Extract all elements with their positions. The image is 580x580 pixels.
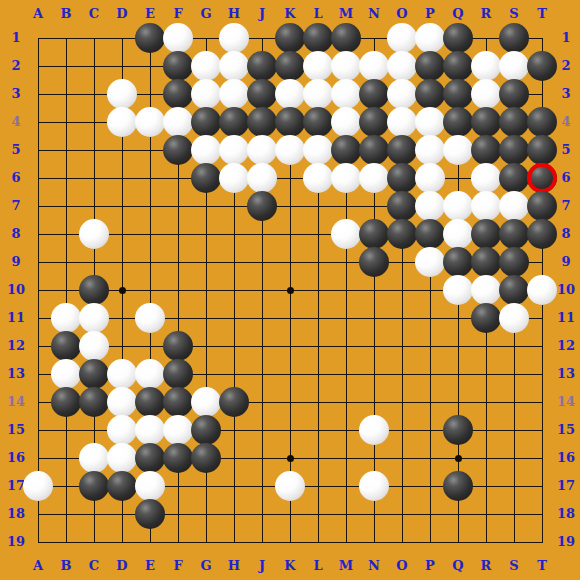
black-stone-E16 xyxy=(135,443,165,473)
white-stone-F15 xyxy=(163,415,193,445)
white-stone-Q5 xyxy=(443,135,473,165)
column-label-top-S: S xyxy=(500,6,528,22)
black-stone-C10 xyxy=(79,275,109,305)
row-label-right-11: 11 xyxy=(552,310,580,326)
column-label-bottom-E: E xyxy=(136,558,164,574)
white-stone-C16 xyxy=(79,443,109,473)
black-stone-S8 xyxy=(499,219,529,249)
row-label-left-1: 1 xyxy=(2,30,30,46)
column-label-bottom-O: O xyxy=(388,558,416,574)
white-stone-D14 xyxy=(107,387,137,417)
row-label-left-10: 10 xyxy=(2,282,30,298)
black-stone-K4 xyxy=(275,107,305,137)
row-label-left-3: 3 xyxy=(2,86,30,102)
white-stone-D13 xyxy=(107,359,137,389)
black-stone-E1 xyxy=(135,23,165,53)
white-stone-B11 xyxy=(51,303,81,333)
white-stone-H3 xyxy=(219,79,249,109)
black-stone-G16 xyxy=(191,443,221,473)
black-stone-O5 xyxy=(387,135,417,165)
white-stone-R6 xyxy=(471,163,501,193)
column-label-bottom-S: S xyxy=(500,558,528,574)
white-stone-J6 xyxy=(247,163,277,193)
white-stone-O1 xyxy=(387,23,417,53)
column-label-bottom-Q: Q xyxy=(444,558,472,574)
black-stone-F13 xyxy=(163,359,193,389)
row-label-left-13: 13 xyxy=(2,366,30,382)
black-stone-S1 xyxy=(499,23,529,53)
black-stone-T6 xyxy=(527,163,557,193)
black-stone-P8 xyxy=(415,219,445,249)
white-stone-P1 xyxy=(415,23,445,53)
column-label-top-L: L xyxy=(304,6,332,22)
black-stone-R8 xyxy=(471,219,501,249)
white-stone-C8 xyxy=(79,219,109,249)
row-label-left-18: 18 xyxy=(2,506,30,522)
last-move-marker xyxy=(527,163,557,193)
white-stone-E11 xyxy=(135,303,165,333)
row-label-right-13: 13 xyxy=(552,366,580,382)
black-stone-F2 xyxy=(163,51,193,81)
white-stone-Q8 xyxy=(443,219,473,249)
row-label-right-12: 12 xyxy=(552,338,580,354)
black-stone-P3 xyxy=(415,79,445,109)
row-label-right-18: 18 xyxy=(552,506,580,522)
row-label-right-16: 16 xyxy=(552,450,580,466)
black-stone-S5 xyxy=(499,135,529,165)
white-stone-D15 xyxy=(107,415,137,445)
black-stone-F5 xyxy=(163,135,193,165)
black-stone-R11 xyxy=(471,303,501,333)
column-label-bottom-P: P xyxy=(416,558,444,574)
row-label-left-11: 11 xyxy=(2,310,30,326)
white-stone-M3 xyxy=(331,79,361,109)
black-stone-H14 xyxy=(219,387,249,417)
black-stone-M1 xyxy=(331,23,361,53)
column-label-bottom-T: T xyxy=(528,558,556,574)
column-label-bottom-J: J xyxy=(248,558,276,574)
black-stone-B14 xyxy=(51,387,81,417)
row-label-left-8: 8 xyxy=(2,226,30,242)
white-stone-L5 xyxy=(303,135,333,165)
row-label-right-14: 14 xyxy=(552,394,580,410)
black-stone-Q4 xyxy=(443,107,473,137)
column-label-top-D: D xyxy=(108,6,136,22)
white-stone-O4 xyxy=(387,107,417,137)
white-stone-H2 xyxy=(219,51,249,81)
white-stone-P9 xyxy=(415,247,445,277)
black-stone-D17 xyxy=(107,471,137,501)
white-stone-N15 xyxy=(359,415,389,445)
column-label-top-B: B xyxy=(52,6,80,22)
column-label-bottom-D: D xyxy=(108,558,136,574)
black-stone-N3 xyxy=(359,79,389,109)
black-stone-N5 xyxy=(359,135,389,165)
row-label-right-9: 9 xyxy=(552,254,580,270)
white-stone-L2 xyxy=(303,51,333,81)
black-stone-P2 xyxy=(415,51,445,81)
column-label-bottom-C: C xyxy=(80,558,108,574)
black-stone-N9 xyxy=(359,247,389,277)
white-stone-M8 xyxy=(331,219,361,249)
black-stone-G15 xyxy=(191,415,221,445)
column-label-top-G: G xyxy=(192,6,220,22)
column-label-bottom-R: R xyxy=(472,558,500,574)
white-stone-K5 xyxy=(275,135,305,165)
black-stone-R9 xyxy=(471,247,501,277)
column-label-top-R: R xyxy=(472,6,500,22)
star-point xyxy=(287,455,294,462)
black-stone-C17 xyxy=(79,471,109,501)
star-point xyxy=(455,455,462,462)
white-stone-J5 xyxy=(247,135,277,165)
column-label-top-F: F xyxy=(164,6,192,22)
white-stone-G3 xyxy=(191,79,221,109)
white-stone-N2 xyxy=(359,51,389,81)
white-stone-G14 xyxy=(191,387,221,417)
row-label-left-6: 6 xyxy=(2,170,30,186)
black-stone-Q17 xyxy=(443,471,473,501)
white-stone-T10 xyxy=(527,275,557,305)
black-stone-F3 xyxy=(163,79,193,109)
black-stone-L1 xyxy=(303,23,333,53)
column-label-top-N: N xyxy=(360,6,388,22)
row-label-left-5: 5 xyxy=(2,142,30,158)
black-stone-K1 xyxy=(275,23,305,53)
column-label-top-Q: Q xyxy=(444,6,472,22)
white-stone-L6 xyxy=(303,163,333,193)
white-stone-E4 xyxy=(135,107,165,137)
white-stone-S2 xyxy=(499,51,529,81)
black-stone-N8 xyxy=(359,219,389,249)
black-stone-F14 xyxy=(163,387,193,417)
white-stone-D16 xyxy=(107,443,137,473)
row-label-right-19: 19 xyxy=(552,534,580,550)
row-label-left-7: 7 xyxy=(2,198,30,214)
black-stone-C13 xyxy=(79,359,109,389)
white-stone-K17 xyxy=(275,471,305,501)
white-stone-M4 xyxy=(331,107,361,137)
column-label-bottom-N: N xyxy=(360,558,388,574)
black-stone-J7 xyxy=(247,191,277,221)
black-stone-B12 xyxy=(51,331,81,361)
black-stone-F16 xyxy=(163,443,193,473)
white-stone-F1 xyxy=(163,23,193,53)
black-stone-S4 xyxy=(499,107,529,137)
white-stone-S7 xyxy=(499,191,529,221)
black-stone-L4 xyxy=(303,107,333,137)
column-label-bottom-M: M xyxy=(332,558,360,574)
go-board[interactable]: AABBCCDDEEFFGGHHJJKKLLMMNNOOPPQQRRSSTT11… xyxy=(0,0,580,580)
white-stone-Q10 xyxy=(443,275,473,305)
black-stone-T7 xyxy=(527,191,557,221)
column-label-top-H: H xyxy=(220,6,248,22)
white-stone-H6 xyxy=(219,163,249,193)
white-stone-Q7 xyxy=(443,191,473,221)
black-stone-Q1 xyxy=(443,23,473,53)
black-stone-C14 xyxy=(79,387,109,417)
black-stone-G4 xyxy=(191,107,221,137)
black-stone-R5 xyxy=(471,135,501,165)
black-stone-J4 xyxy=(247,107,277,137)
row-label-left-19: 19 xyxy=(2,534,30,550)
white-stone-B13 xyxy=(51,359,81,389)
row-label-right-1: 1 xyxy=(552,30,580,46)
column-label-top-K: K xyxy=(276,6,304,22)
white-stone-D3 xyxy=(107,79,137,109)
column-label-bottom-F: F xyxy=(164,558,192,574)
white-stone-E13 xyxy=(135,359,165,389)
column-label-top-A: A xyxy=(24,6,52,22)
column-label-top-T: T xyxy=(528,6,556,22)
white-stone-E15 xyxy=(135,415,165,445)
black-stone-S6 xyxy=(499,163,529,193)
black-stone-E18 xyxy=(135,499,165,529)
white-stone-P7 xyxy=(415,191,445,221)
black-stone-K2 xyxy=(275,51,305,81)
white-stone-G2 xyxy=(191,51,221,81)
white-stone-R2 xyxy=(471,51,501,81)
column-label-bottom-B: B xyxy=(52,558,80,574)
white-stone-C11 xyxy=(79,303,109,333)
black-stone-Q3 xyxy=(443,79,473,109)
black-stone-J2 xyxy=(247,51,277,81)
row-label-left-16: 16 xyxy=(2,450,30,466)
white-stone-M6 xyxy=(331,163,361,193)
white-stone-G5 xyxy=(191,135,221,165)
black-stone-T8 xyxy=(527,219,557,249)
row-label-right-3: 3 xyxy=(552,86,580,102)
white-stone-A17 xyxy=(23,471,53,501)
black-stone-G6 xyxy=(191,163,221,193)
column-label-bottom-A: A xyxy=(24,558,52,574)
white-stone-P6 xyxy=(415,163,445,193)
black-stone-O7 xyxy=(387,191,417,221)
black-stone-Q15 xyxy=(443,415,473,445)
row-label-left-4: 4 xyxy=(2,114,30,130)
black-stone-F12 xyxy=(163,331,193,361)
column-label-top-P: P xyxy=(416,6,444,22)
black-stone-J3 xyxy=(247,79,277,109)
row-label-right-15: 15 xyxy=(552,422,580,438)
white-stone-M2 xyxy=(331,51,361,81)
white-stone-O2 xyxy=(387,51,417,81)
white-stone-D4 xyxy=(107,107,137,137)
black-stone-E14 xyxy=(135,387,165,417)
column-label-top-O: O xyxy=(388,6,416,22)
white-stone-C12 xyxy=(79,331,109,361)
black-stone-M5 xyxy=(331,135,361,165)
star-point xyxy=(287,287,294,294)
white-stone-P5 xyxy=(415,135,445,165)
black-stone-Q9 xyxy=(443,247,473,277)
column-label-bottom-L: L xyxy=(304,558,332,574)
black-stone-S10 xyxy=(499,275,529,305)
column-label-top-M: M xyxy=(332,6,360,22)
white-stone-R7 xyxy=(471,191,501,221)
row-label-right-17: 17 xyxy=(552,478,580,494)
white-stone-H1 xyxy=(219,23,249,53)
row-label-left-14: 14 xyxy=(2,394,30,410)
row-label-left-9: 9 xyxy=(2,254,30,270)
black-stone-O8 xyxy=(387,219,417,249)
white-stone-E17 xyxy=(135,471,165,501)
black-stone-T5 xyxy=(527,135,557,165)
black-stone-S3 xyxy=(499,79,529,109)
white-stone-O3 xyxy=(387,79,417,109)
column-label-top-C: C xyxy=(80,6,108,22)
black-stone-Q2 xyxy=(443,51,473,81)
column-label-top-E: E xyxy=(136,6,164,22)
column-label-bottom-G: G xyxy=(192,558,220,574)
white-stone-K3 xyxy=(275,79,305,109)
black-stone-R4 xyxy=(471,107,501,137)
white-stone-P4 xyxy=(415,107,445,137)
white-stone-F4 xyxy=(163,107,193,137)
white-stone-N17 xyxy=(359,471,389,501)
black-stone-O6 xyxy=(387,163,417,193)
row-label-left-12: 12 xyxy=(2,338,30,354)
black-stone-N4 xyxy=(359,107,389,137)
white-stone-R10 xyxy=(471,275,501,305)
star-point xyxy=(119,287,126,294)
black-stone-T2 xyxy=(527,51,557,81)
white-stone-L3 xyxy=(303,79,333,109)
black-stone-S9 xyxy=(499,247,529,277)
black-stone-H4 xyxy=(219,107,249,137)
row-label-left-2: 2 xyxy=(2,58,30,74)
white-stone-R3 xyxy=(471,79,501,109)
row-label-left-15: 15 xyxy=(2,422,30,438)
black-stone-T4 xyxy=(527,107,557,137)
column-label-top-J: J xyxy=(248,6,276,22)
white-stone-H5 xyxy=(219,135,249,165)
white-stone-N6 xyxy=(359,163,389,193)
column-label-bottom-K: K xyxy=(276,558,304,574)
column-label-bottom-H: H xyxy=(220,558,248,574)
white-stone-S11 xyxy=(499,303,529,333)
